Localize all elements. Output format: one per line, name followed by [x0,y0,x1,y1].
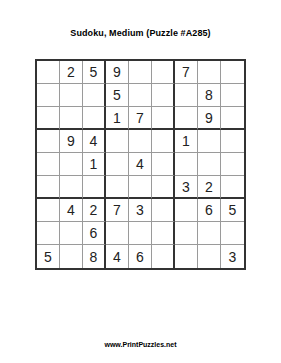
cell-r5c3: 1 [83,153,106,176]
cell-r1c8 [198,61,221,84]
cell-r4c3: 4 [83,130,106,153]
cell-r6c8: 2 [198,176,221,199]
cell-r6c7: 3 [175,176,198,199]
cell-r1c2: 2 [60,61,83,84]
cell-r5c7 [175,153,198,176]
cell-r8c7 [175,222,198,245]
cell-r8c8 [198,222,221,245]
cell-r1c1 [37,61,60,84]
cell-r1c7: 7 [175,61,198,84]
cell-r3c4: 1 [106,107,129,130]
cell-r4c1 [37,130,60,153]
cell-r8c3: 6 [83,222,106,245]
cell-r2c7 [175,84,198,107]
cell-r7c9: 5 [221,199,244,222]
cell-r3c6 [152,107,175,130]
cell-r9c8 [198,245,221,268]
cell-r7c7 [175,199,198,222]
cell-r9c3: 8 [83,245,106,268]
cell-r5c2 [60,153,83,176]
cell-r3c1 [37,107,60,130]
cell-r4c4 [106,130,129,153]
cell-r5c9 [221,153,244,176]
cell-r8c1 [37,222,60,245]
cell-r1c9 [221,61,244,84]
cell-r6c1 [37,176,60,199]
cell-r7c8: 6 [198,199,221,222]
cell-r4c7: 1 [175,130,198,153]
cell-r2c4: 5 [106,84,129,107]
cell-r2c3 [83,84,106,107]
cell-r5c1 [37,153,60,176]
cell-r3c2 [60,107,83,130]
cell-r8c4 [106,222,129,245]
cell-r1c6 [152,61,175,84]
cell-r9c2 [60,245,83,268]
cell-r9c4: 4 [106,245,129,268]
cell-r6c3 [83,176,106,199]
cell-r7c4: 7 [106,199,129,222]
cell-r2c5 [129,84,152,107]
cell-r7c2: 4 [60,199,83,222]
cell-r5c5: 4 [129,153,152,176]
cell-r5c4 [106,153,129,176]
cell-r6c5 [129,176,152,199]
cell-r9c1: 5 [37,245,60,268]
cell-r8c5 [129,222,152,245]
cell-r3c8: 9 [198,107,221,130]
footer-url: www.PrintPuzzles.net [0,341,281,348]
cell-r5c6 [152,153,175,176]
cell-r3c9 [221,107,244,130]
cell-r2c2 [60,84,83,107]
cell-r6c9 [221,176,244,199]
cell-r9c9: 3 [221,245,244,268]
cell-r2c1 [37,84,60,107]
cell-r8c6 [152,222,175,245]
cell-r3c5: 7 [129,107,152,130]
cell-r4c6 [152,130,175,153]
cell-r7c6 [152,199,175,222]
cell-r1c3: 5 [83,61,106,84]
cell-r8c9 [221,222,244,245]
cell-r6c4 [106,176,129,199]
cell-r4c5 [129,130,152,153]
cell-r5c8 [198,153,221,176]
cell-r9c5: 6 [129,245,152,268]
cell-r1c4: 9 [106,61,129,84]
cell-r7c5: 3 [129,199,152,222]
cell-r8c2 [60,222,83,245]
sudoku-board: 2597581799411432427365658463 [35,59,246,270]
cell-r6c2 [60,176,83,199]
page-title: Sudoku, Medium (Puzzle #A285) [0,0,281,38]
cell-r7c1 [37,199,60,222]
cell-r4c9 [221,130,244,153]
cell-r2c6 [152,84,175,107]
cell-r2c9 [221,84,244,107]
cell-r7c3: 2 [83,199,106,222]
cell-r4c2: 9 [60,130,83,153]
cell-r2c8: 8 [198,84,221,107]
cell-r3c7 [175,107,198,130]
cell-r6c6 [152,176,175,199]
cell-r3c3 [83,107,106,130]
cell-r9c7 [175,245,198,268]
cell-r9c6 [152,245,175,268]
cell-r4c8 [198,130,221,153]
cell-r1c5 [129,61,152,84]
